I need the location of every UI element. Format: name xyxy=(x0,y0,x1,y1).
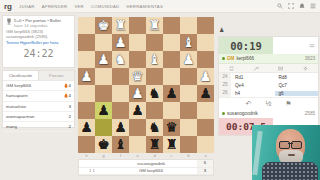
square-h6[interactable] xyxy=(78,102,95,119)
standings-score: 3 xyxy=(69,104,71,109)
player-title: GM xyxy=(227,56,234,61)
white-rook: ♜ xyxy=(112,17,129,34)
white-bishop: ♝ xyxy=(180,34,197,51)
square-a3[interactable] xyxy=(197,51,214,68)
black-rook: ♜ xyxy=(163,136,180,153)
square-d7[interactable]: ♞ xyxy=(146,119,163,136)
move-row: 25 Qe4 Qc7 xyxy=(219,81,318,89)
white-pawn: ♟ xyxy=(197,68,214,85)
nav-item-watch[interactable]: VER xyxy=(74,4,84,9)
tournament-countdown: 24:22 xyxy=(6,48,71,59)
fullscreen-icon[interactable] xyxy=(288,3,294,9)
square-d3[interactable]: ♝ xyxy=(146,51,163,68)
standings-row[interactable]: GM kerpl666 4 xyxy=(3,81,74,91)
standings-row[interactable]: wannapacman 2 xyxy=(3,112,74,122)
square-f6[interactable] xyxy=(112,102,129,119)
square-b2[interactable]: ♝ xyxy=(180,34,197,51)
standings-score: 4 xyxy=(69,93,71,98)
move-black[interactable]: Qc7 xyxy=(275,83,319,88)
square-g6[interactable]: ♟ xyxy=(95,102,112,119)
standings-player-name: hansaparin xyxy=(6,93,64,98)
nav-item-play[interactable]: JUGAR xyxy=(19,4,35,9)
square-c5[interactable]: ♟ xyxy=(163,85,180,102)
streamer-mouth xyxy=(288,154,295,156)
crosstable-results: 1 1 xyxy=(79,168,105,173)
streak-flame-icon xyxy=(64,83,68,88)
move-white[interactable]: Qe4 xyxy=(231,83,275,88)
square-c2[interactable] xyxy=(163,34,180,51)
square-f3[interactable]: ♞ xyxy=(112,51,129,68)
square-b1[interactable] xyxy=(180,17,197,34)
tab-standings[interactable]: Puestos xyxy=(38,71,74,80)
white-pawn: ♟ xyxy=(78,68,95,85)
white-king: ♚ xyxy=(95,17,112,34)
standings-row[interactable]: hansaparin 4 xyxy=(3,91,74,101)
top-player-rating: 3823 xyxy=(305,56,315,61)
square-d1[interactable]: ♜ xyxy=(146,17,163,34)
site-logo[interactable]: rg xyxy=(4,2,12,11)
square-c6[interactable] xyxy=(163,102,180,119)
square-g3[interactable]: ♟ xyxy=(95,51,112,68)
square-g5[interactable] xyxy=(95,85,112,102)
standings-player-name: wannapacman xyxy=(6,114,68,119)
online-dot xyxy=(222,57,225,60)
crosstable-row[interactable]: 1 1 GM kerpl666 3 xyxy=(79,168,213,176)
crosstable-player[interactable]: susanogoodnik xyxy=(105,161,197,166)
standings-row[interactable]: mang 2 xyxy=(3,122,74,132)
nav-icon-group xyxy=(277,3,316,9)
black-pawn: ♟ xyxy=(95,102,112,119)
square-d2[interactable] xyxy=(146,34,163,51)
black-pawn: ♟ xyxy=(129,102,146,119)
trophy-icon xyxy=(6,18,12,25)
square-a7[interactable] xyxy=(197,119,214,136)
move-row: 24 Rd1 Rd8 xyxy=(219,73,318,81)
board-menu-icon[interactable] xyxy=(309,43,315,49)
crosstable: susanogoodnik 5 1 1 GM kerpl666 3 xyxy=(78,159,214,176)
bottom-player-name[interactable]: susanogoodnik xyxy=(227,111,258,116)
move-white[interactable]: Rd1 xyxy=(231,75,275,80)
standings-score: 2 xyxy=(69,124,71,129)
crosstable-score: 5 xyxy=(197,160,213,167)
move-number: 26 xyxy=(219,89,231,97)
square-a6[interactable] xyxy=(197,102,214,119)
square-c7[interactable]: ♛ xyxy=(163,119,180,136)
square-e1[interactable] xyxy=(129,17,146,34)
square-e6[interactable]: ♟ xyxy=(129,102,146,119)
white-pawn: ♟ xyxy=(95,51,112,68)
white-pawn: ♟ xyxy=(129,85,146,102)
square-a4[interactable]: ♟ xyxy=(197,68,214,85)
square-d8[interactable]: ♜ xyxy=(146,136,163,153)
white-bishop: ♝ xyxy=(146,51,163,68)
tab-leaderboard[interactable]: Clasificación xyxy=(3,71,38,80)
white-rook: ♜ xyxy=(146,17,163,34)
standings-player-name: mutualisto xyxy=(6,104,68,109)
streamer-shirt xyxy=(262,162,318,180)
square-b4[interactable] xyxy=(180,68,197,85)
square-e4[interactable]: ♛ xyxy=(129,68,146,85)
square-a2[interactable] xyxy=(197,34,214,51)
crosstable-row[interactable]: susanogoodnik 5 xyxy=(79,160,213,168)
square-c8[interactable]: ♜ xyxy=(163,136,180,153)
analysis-icon[interactable] xyxy=(254,66,259,71)
material-diff-pawn-icon: ♟ xyxy=(219,26,224,33)
offer-draw-button[interactable]: ½ xyxy=(265,100,271,107)
move-black-current[interactable]: g6 xyxy=(275,91,319,96)
black-knight: ♞ xyxy=(146,85,163,102)
chess-board: ♚♜♜♟♝♟♞♝♟♟♛♟♟♞♟♟♟♟♟♟♞♛♚♝♜♜ xyxy=(78,17,214,153)
move-number: 25 xyxy=(219,81,231,89)
standings-score: 4 xyxy=(69,83,71,88)
square-b5[interactable] xyxy=(180,85,197,102)
square-h2[interactable] xyxy=(78,34,95,51)
square-e2[interactable] xyxy=(129,34,146,51)
nav-item-learn[interactable]: APRENDER xyxy=(42,4,68,9)
tournament-link[interactable]: Torneo HyperBullet por hora xyxy=(6,40,71,46)
standings-player-name: mang xyxy=(6,124,68,129)
move-number: 24 xyxy=(219,73,231,81)
bottom-player-bar[interactable]: susanogoodnik 2585 xyxy=(219,109,318,118)
square-h8[interactable] xyxy=(78,136,95,153)
square-f8[interactable]: ♝ xyxy=(112,136,129,153)
online-dot xyxy=(222,112,225,115)
square-b3[interactable]: ♟ xyxy=(180,51,197,68)
standings-player-name: GM kerpl666 xyxy=(6,83,64,88)
square-c3[interactable] xyxy=(163,51,180,68)
square-f4[interactable] xyxy=(112,68,129,85)
black-pawn: ♟ xyxy=(112,119,129,136)
square-e3[interactable] xyxy=(129,51,146,68)
square-b8[interactable] xyxy=(180,136,197,153)
square-e5[interactable]: ♟ xyxy=(129,85,146,102)
white-pawn: ♟ xyxy=(180,51,197,68)
streamer-glasses xyxy=(279,141,302,148)
search-icon[interactable] xyxy=(277,3,283,9)
bell-icon[interactable] xyxy=(299,3,305,9)
square-d5[interactable]: ♞ xyxy=(146,85,163,102)
square-h5[interactable] xyxy=(78,85,95,102)
square-e7[interactable] xyxy=(129,119,146,136)
black-pawn: ♟ xyxy=(197,85,214,102)
move-white[interactable]: h4 xyxy=(231,91,275,96)
move-list-toolbar xyxy=(219,64,318,73)
top-player-bar[interactable]: GM kerpl666 3823 xyxy=(219,54,318,64)
white-queen: ♛ xyxy=(129,68,146,85)
gear-icon[interactable] xyxy=(303,66,308,71)
black-pawn: ♟ xyxy=(78,119,95,136)
square-a5[interactable]: ♟ xyxy=(197,85,214,102)
standings-card: Clasificación Puestos GM kerpl666 4 hans… xyxy=(2,70,75,128)
white-knight: ♞ xyxy=(112,51,129,68)
square-a8[interactable] xyxy=(197,136,214,153)
streamer-webcam xyxy=(252,125,320,180)
square-h1[interactable] xyxy=(78,17,95,34)
square-c1[interactable] xyxy=(163,17,180,34)
square-e8[interactable] xyxy=(129,136,146,153)
standings-row[interactable]: mutualisto 3 xyxy=(3,102,74,112)
tournament-info-card: 5+0 • Por puntos • Bullet hace 14 segund… xyxy=(2,15,75,68)
bottom-player-rating: 2585 xyxy=(305,111,315,116)
square-h3[interactable] xyxy=(78,51,95,68)
square-c4[interactable] xyxy=(163,68,180,85)
streak-flame-icon xyxy=(64,93,68,98)
square-g8[interactable]: ♚ xyxy=(95,136,112,153)
standings-score: 2 xyxy=(69,114,71,119)
square-h7[interactable]: ♟ xyxy=(78,119,95,136)
square-g2[interactable] xyxy=(95,34,112,51)
top-player-clock: 00:19 xyxy=(219,37,273,54)
move-row: 26 h4 g6 xyxy=(219,89,318,97)
black-king: ♚ xyxy=(95,136,112,153)
white-pawn: ♟ xyxy=(112,34,129,51)
square-b7[interactable] xyxy=(180,119,197,136)
square-g4[interactable] xyxy=(95,68,112,85)
black-rook: ♜ xyxy=(146,136,163,153)
takeback-button[interactable]: ↶ xyxy=(246,100,252,108)
lichess-page: rg JUGAR APRENDER VER COMUNIDAD HERRAMIE… xyxy=(0,0,320,180)
black-queen: ♛ xyxy=(163,119,180,136)
square-d4[interactable] xyxy=(146,68,163,85)
square-f5[interactable] xyxy=(112,85,129,102)
crosstable-score: 3 xyxy=(197,168,213,175)
black-bishop: ♝ xyxy=(112,136,129,153)
square-f1[interactable]: ♜ xyxy=(112,17,129,34)
game-panel: 00:19 GM kerpl666 3823 24 Rd1 Rd8 25 Qe4… xyxy=(218,36,319,136)
nav-item-community[interactable]: COMUNIDAD xyxy=(91,4,120,9)
nav-item-tools[interactable]: HERRAMIENTAS xyxy=(126,4,163,9)
square-g1[interactable]: ♚ xyxy=(95,17,112,34)
square-b6[interactable] xyxy=(180,102,197,119)
top-player-name[interactable]: kerpl666 xyxy=(236,56,254,61)
crosstable-player[interactable]: GM kerpl666 xyxy=(105,168,197,173)
black-knight: ♞ xyxy=(146,119,163,136)
black-pawn: ♟ xyxy=(163,85,180,102)
game-controls: ↶ ½ ⚑ xyxy=(219,97,318,109)
resign-button[interactable]: ⚑ xyxy=(285,100,291,108)
square-d6[interactable] xyxy=(146,102,163,119)
square-a1[interactable] xyxy=(197,17,214,34)
square-g7[interactable] xyxy=(95,119,112,136)
top-nav: rg JUGAR APRENDER VER COMUNIDAD HERRAMIE… xyxy=(0,0,320,13)
square-h4[interactable]: ♟ xyxy=(78,68,95,85)
menu-icon[interactable] xyxy=(310,3,316,9)
move-black[interactable]: Rd8 xyxy=(275,75,319,80)
flip-board-icon[interactable] xyxy=(229,66,234,71)
square-f7[interactable]: ♟ xyxy=(112,119,129,136)
book-icon[interactable] xyxy=(278,66,283,71)
square-f2[interactable]: ♟ xyxy=(112,34,129,51)
